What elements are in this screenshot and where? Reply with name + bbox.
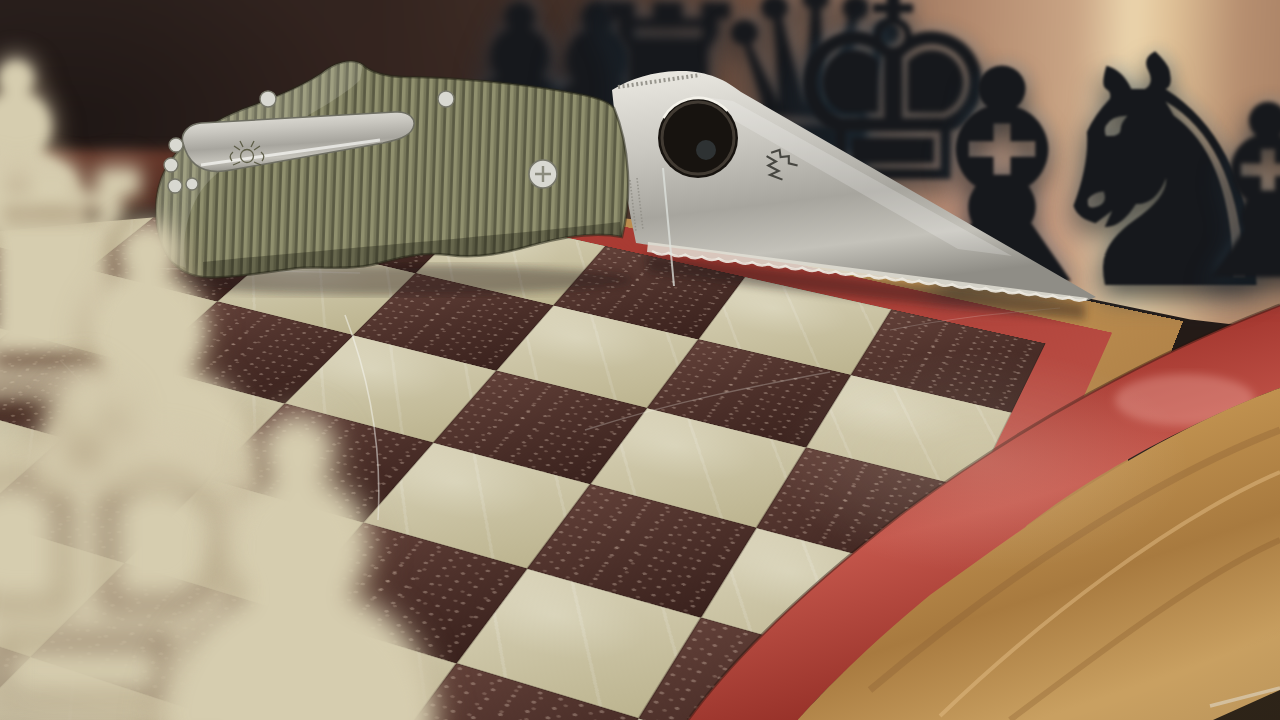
white-pieces-layer: ♟♜♟♚♟ (0, 0, 1280, 720)
photo-stage: ♟♟♜♛♚♝♞♝ (0, 0, 1280, 720)
white-pawn-c2: ♟ (96, 365, 499, 720)
